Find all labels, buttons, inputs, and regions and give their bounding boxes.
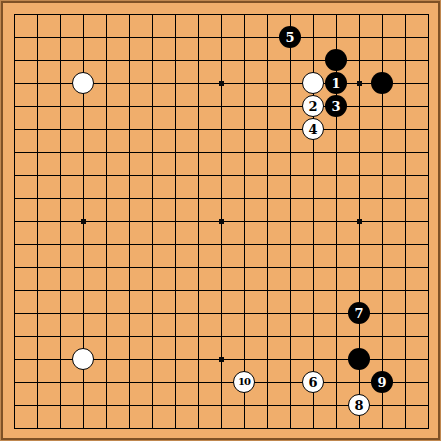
go-board-diagram: 12345678910 <box>0 0 441 441</box>
stone-black-move-3: 3 <box>325 95 347 117</box>
stone-white-d16 <box>72 72 94 94</box>
star-point <box>219 219 224 224</box>
stone-move-number: 8 <box>354 398 363 411</box>
stone-move-number: 6 <box>308 375 317 388</box>
star-point <box>81 219 86 224</box>
star-point <box>357 219 362 224</box>
stone-white-move-2: 2 <box>302 95 324 117</box>
star-point <box>219 357 224 362</box>
stone-black-q4 <box>348 348 370 370</box>
board-inner: 12345678910 <box>1 1 440 440</box>
stone-white-d4 <box>72 348 94 370</box>
stone-move-number: 2 <box>308 99 317 112</box>
stone-black-move-7: 7 <box>348 302 370 324</box>
stone-white-move-8: 8 <box>348 394 370 416</box>
stone-black-move-5: 5 <box>279 26 301 48</box>
stone-move-number: 10 <box>238 377 250 387</box>
stone-black-move-1: 1 <box>325 72 347 94</box>
board-surface: 12345678910 <box>3 3 438 438</box>
stone-white-move-10: 10 <box>233 371 255 393</box>
stone-move-number: 3 <box>331 99 340 112</box>
stone-move-number: 1 <box>331 76 340 89</box>
star-point <box>219 81 224 86</box>
star-point <box>357 81 362 86</box>
stone-black-move-9: 9 <box>371 371 393 393</box>
stone-white-move-6: 6 <box>302 371 324 393</box>
stone-black-r16 <box>371 72 393 94</box>
stone-move-number: 5 <box>285 30 294 43</box>
stone-black-p17 <box>325 49 347 71</box>
stone-move-number: 7 <box>354 306 363 319</box>
stone-white-o16 <box>302 72 324 94</box>
stone-move-number: 4 <box>308 122 317 135</box>
stone-white-move-4: 4 <box>302 118 324 140</box>
stone-move-number: 9 <box>377 375 386 388</box>
